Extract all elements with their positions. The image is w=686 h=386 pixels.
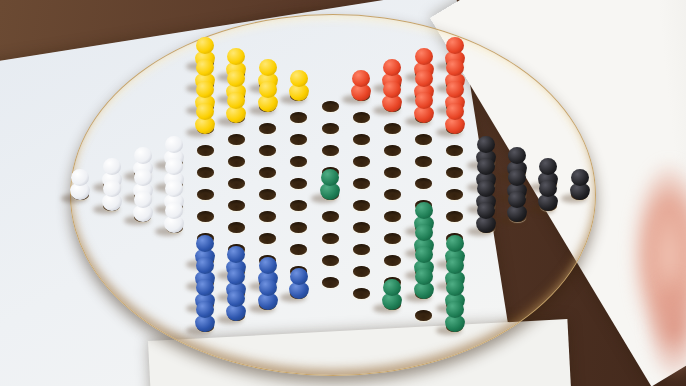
hole-10-6[interactable] <box>384 211 401 222</box>
peg-yellow-4[interactable] <box>194 103 216 134</box>
hole-10-5[interactable] <box>384 189 401 200</box>
hole-8-5[interactable] <box>322 211 339 222</box>
hole-12-7[interactable] <box>446 211 463 222</box>
hole-11-5[interactable] <box>415 178 432 189</box>
hole-10-2[interactable] <box>384 123 401 134</box>
peg-red-6[interactable] <box>413 92 435 123</box>
photo-scene <box>0 0 686 386</box>
peg-white-10[interactable] <box>163 202 185 233</box>
hole-12-4[interactable] <box>446 145 463 156</box>
hole-9-2[interactable] <box>353 134 370 145</box>
hole-7-3[interactable] <box>290 156 307 167</box>
hole-7-5[interactable] <box>290 200 307 211</box>
hole-8-6[interactable] <box>322 233 339 244</box>
hole-9-9[interactable] <box>353 288 370 299</box>
peg-black-10[interactable] <box>569 169 591 200</box>
hole-6-2[interactable] <box>259 123 276 134</box>
hole-5-7[interactable] <box>228 222 245 233</box>
peg-blue-4[interactable] <box>194 301 216 332</box>
hole-6-4[interactable] <box>259 167 276 178</box>
peg-yellow-7[interactable] <box>225 92 247 123</box>
hole-9-1[interactable] <box>353 112 370 123</box>
peg-red-3[interactable] <box>381 81 403 112</box>
hole-7-1[interactable] <box>290 112 307 123</box>
hole-6-3[interactable] <box>259 145 276 156</box>
hole-8-7[interactable] <box>322 255 339 266</box>
peg-red-1[interactable] <box>350 70 372 101</box>
hole-4-7[interactable] <box>197 211 214 222</box>
hole-5-5[interactable] <box>228 178 245 189</box>
peg-green-1[interactable] <box>319 169 341 200</box>
peg-white-6[interactable] <box>132 191 154 222</box>
peg-yellow-9[interactable] <box>257 81 279 112</box>
hole-6-7[interactable] <box>259 233 276 244</box>
hole-10-7[interactable] <box>384 233 401 244</box>
hole-5-3[interactable] <box>228 134 245 145</box>
hole-9-7[interactable] <box>353 244 370 255</box>
hole-12-6[interactable] <box>446 189 463 200</box>
hole-10-3[interactable] <box>384 145 401 156</box>
peg-blue-9[interactable] <box>257 279 279 310</box>
peg-white-3[interactable] <box>101 180 123 211</box>
hole-12-5[interactable] <box>446 167 463 178</box>
hole-10-4[interactable] <box>384 167 401 178</box>
peg-red-10[interactable] <box>444 103 466 134</box>
hole-10-8[interactable] <box>384 255 401 266</box>
hole-5-6[interactable] <box>228 200 245 211</box>
hole-9-6[interactable] <box>353 222 370 233</box>
peg-white-1[interactable] <box>69 169 91 200</box>
hole-9-4[interactable] <box>353 178 370 189</box>
hole-7-7[interactable] <box>290 244 307 255</box>
hole-8-0[interactable] <box>322 101 339 112</box>
peg-black-9[interactable] <box>537 180 559 211</box>
board-holes-and-pegs <box>0 0 686 386</box>
hole-5-4[interactable] <box>228 156 245 167</box>
peg-green-2[interactable] <box>381 279 403 310</box>
hole-9-5[interactable] <box>353 200 370 211</box>
hole-4-6[interactable] <box>197 189 214 200</box>
peg-blue-7[interactable] <box>225 290 247 321</box>
hole-7-4[interactable] <box>290 178 307 189</box>
hole-8-2[interactable] <box>322 145 339 156</box>
hole-11-4[interactable] <box>415 156 432 167</box>
hole-7-2[interactable] <box>290 134 307 145</box>
peg-green-10[interactable] <box>444 301 466 332</box>
hole-4-5[interactable] <box>197 167 214 178</box>
hole-11-3[interactable] <box>415 134 432 145</box>
peg-black-7[interactable] <box>506 191 528 222</box>
hole-6-6[interactable] <box>259 211 276 222</box>
hole-8-1[interactable] <box>322 123 339 134</box>
peg-yellow-10[interactable] <box>288 70 310 101</box>
hole-9-8[interactable] <box>353 266 370 277</box>
hole-4-4[interactable] <box>197 145 214 156</box>
peg-green-6[interactable] <box>413 268 435 299</box>
hole-7-6[interactable] <box>290 222 307 233</box>
peg-blue-10[interactable] <box>288 268 310 299</box>
peg-black-4[interactable] <box>475 202 497 233</box>
hole-11-11[interactable] <box>415 310 432 321</box>
hole-8-8[interactable] <box>322 277 339 288</box>
hole-9-3[interactable] <box>353 156 370 167</box>
hole-6-5[interactable] <box>259 189 276 200</box>
